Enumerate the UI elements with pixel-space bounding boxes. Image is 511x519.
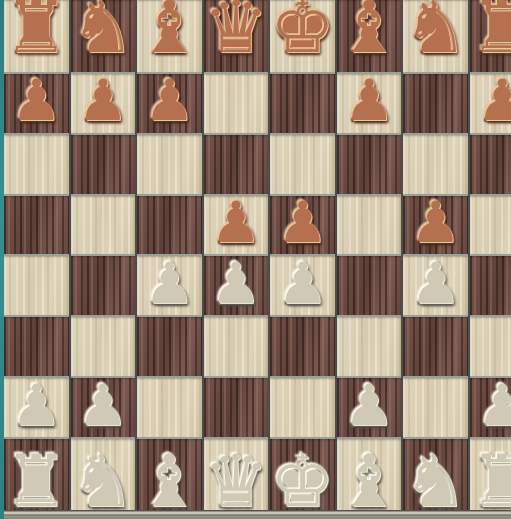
square-e7[interactable] <box>270 74 335 133</box>
square-e1[interactable]: ♚ <box>270 439 335 511</box>
piece-white-queen[interactable]: ♛ <box>204 445 269 517</box>
piece-white-pawn[interactable]: ♟ <box>477 377 511 434</box>
piece-white-pawn[interactable]: ♟ <box>11 377 62 434</box>
square-e8[interactable]: ♚ <box>270 0 335 72</box>
square-e3[interactable] <box>270 317 335 376</box>
square-d7[interactable] <box>204 74 269 133</box>
square-f2[interactable]: ♟ <box>337 378 402 437</box>
square-d6[interactable] <box>204 135 269 194</box>
piece-black-queen[interactable]: ♛ <box>204 0 269 63</box>
square-g1[interactable]: ♞ <box>403 439 468 511</box>
square-a5[interactable] <box>4 196 69 255</box>
square-g2[interactable] <box>403 378 468 437</box>
square-d3[interactable] <box>204 317 269 376</box>
piece-white-pawn[interactable]: ♟ <box>77 377 128 434</box>
square-b5[interactable] <box>71 196 136 255</box>
square-f4[interactable] <box>337 256 402 315</box>
piece-black-rook[interactable]: ♜ <box>4 0 69 63</box>
square-c5[interactable] <box>137 196 202 255</box>
square-h2[interactable]: ♟ <box>470 378 511 437</box>
square-c4[interactable]: ♟ <box>137 256 202 315</box>
piece-white-bishop[interactable]: ♝ <box>137 445 202 517</box>
square-c1[interactable]: ♝ <box>137 439 202 511</box>
chess-board: ♜♞♝♛♚♝♞♜♟♟♟♟♟♟♟♟♟♟♟♟♟♟♟♟♜♞♝♛♚♝♞♜ <box>4 0 511 511</box>
square-b6[interactable] <box>71 135 136 194</box>
square-c6[interactable] <box>137 135 202 194</box>
piece-white-king[interactable]: ♚ <box>270 445 335 517</box>
piece-black-pawn[interactable]: ♟ <box>11 72 62 129</box>
square-d8[interactable]: ♛ <box>204 0 269 72</box>
piece-white-pawn[interactable]: ♟ <box>277 255 328 312</box>
piece-black-knight[interactable]: ♞ <box>71 0 136 63</box>
square-a1[interactable]: ♜ <box>4 439 69 511</box>
piece-white-pawn[interactable]: ♟ <box>343 377 394 434</box>
piece-white-pawn[interactable]: ♟ <box>410 255 461 312</box>
square-a2[interactable]: ♟ <box>4 378 69 437</box>
piece-black-pawn[interactable]: ♟ <box>277 194 328 251</box>
square-g7[interactable] <box>403 74 468 133</box>
piece-black-pawn[interactable]: ♟ <box>144 72 195 129</box>
square-f8[interactable]: ♝ <box>337 0 402 72</box>
square-b4[interactable] <box>71 256 136 315</box>
square-c3[interactable] <box>137 317 202 376</box>
piece-white-rook[interactable]: ♜ <box>470 445 511 517</box>
square-a3[interactable] <box>4 317 69 376</box>
piece-black-pawn[interactable]: ♟ <box>477 72 511 129</box>
square-h8[interactable]: ♜ <box>470 0 511 72</box>
piece-black-pawn[interactable]: ♟ <box>343 72 394 129</box>
piece-black-pawn[interactable]: ♟ <box>77 72 128 129</box>
square-b2[interactable]: ♟ <box>71 378 136 437</box>
chess-app-window: ♜♞♝♛♚♝♞♜♟♟♟♟♟♟♟♟♟♟♟♟♟♟♟♟♜♞♝♛♚♝♞♜ <box>0 0 511 519</box>
piece-white-pawn[interactable]: ♟ <box>144 255 195 312</box>
piece-white-pawn[interactable]: ♟ <box>210 255 261 312</box>
square-f6[interactable] <box>337 135 402 194</box>
piece-white-rook[interactable]: ♜ <box>4 445 69 517</box>
piece-black-bishop[interactable]: ♝ <box>337 0 402 63</box>
piece-black-rook[interactable]: ♜ <box>470 0 511 63</box>
piece-white-knight[interactable]: ♞ <box>71 445 136 517</box>
square-b3[interactable] <box>71 317 136 376</box>
piece-black-knight[interactable]: ♞ <box>403 0 468 63</box>
piece-black-bishop[interactable]: ♝ <box>137 0 202 63</box>
board-frame-edge <box>0 510 511 519</box>
square-b1[interactable]: ♞ <box>71 439 136 511</box>
left-border <box>0 0 4 519</box>
square-h3[interactable] <box>470 317 511 376</box>
piece-white-knight[interactable]: ♞ <box>403 445 468 517</box>
square-d1[interactable]: ♛ <box>204 439 269 511</box>
square-a7[interactable]: ♟ <box>4 74 69 133</box>
square-h1[interactable]: ♜ <box>470 439 511 511</box>
square-f1[interactable]: ♝ <box>337 439 402 511</box>
square-a4[interactable] <box>4 256 69 315</box>
piece-black-pawn[interactable]: ♟ <box>210 194 261 251</box>
square-h6[interactable] <box>470 135 511 194</box>
square-d5[interactable]: ♟ <box>204 196 269 255</box>
square-g4[interactable]: ♟ <box>403 256 468 315</box>
square-a8[interactable]: ♜ <box>4 0 69 72</box>
piece-white-bishop[interactable]: ♝ <box>337 445 402 517</box>
square-f7[interactable]: ♟ <box>337 74 402 133</box>
piece-black-king[interactable]: ♚ <box>270 0 335 63</box>
square-f3[interactable] <box>337 317 402 376</box>
square-e5[interactable]: ♟ <box>270 196 335 255</box>
square-e4[interactable]: ♟ <box>270 256 335 315</box>
square-c7[interactable]: ♟ <box>137 74 202 133</box>
square-h5[interactable] <box>470 196 511 255</box>
square-e2[interactable] <box>270 378 335 437</box>
square-b7[interactable]: ♟ <box>71 74 136 133</box>
square-b8[interactable]: ♞ <box>71 0 136 72</box>
square-d4[interactable]: ♟ <box>204 256 269 315</box>
square-e6[interactable] <box>270 135 335 194</box>
square-c2[interactable] <box>137 378 202 437</box>
square-d2[interactable] <box>204 378 269 437</box>
square-g3[interactable] <box>403 317 468 376</box>
square-a6[interactable] <box>4 135 69 194</box>
square-c8[interactable]: ♝ <box>137 0 202 72</box>
square-g5[interactable]: ♟ <box>403 196 468 255</box>
square-f5[interactable] <box>337 196 402 255</box>
square-h7[interactable]: ♟ <box>470 74 511 133</box>
square-g8[interactable]: ♞ <box>403 0 468 72</box>
piece-black-pawn[interactable]: ♟ <box>410 194 461 251</box>
square-g6[interactable] <box>403 135 468 194</box>
square-h4[interactable] <box>470 256 511 315</box>
